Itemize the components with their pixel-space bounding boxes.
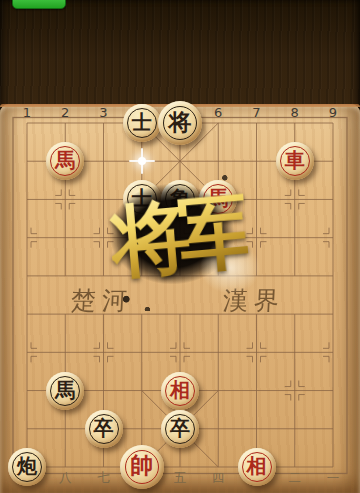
piece-black-soldier-2[interactable]: 卒 bbox=[161, 410, 199, 448]
column-label-bottom-9: 一 bbox=[327, 470, 340, 487]
column-label-bottom-6: 四 bbox=[212, 470, 225, 487]
piece-ring: 士 bbox=[127, 184, 157, 214]
column-label-top-3: 3 bbox=[99, 105, 107, 120]
piece-ring: 帥 bbox=[125, 450, 159, 484]
column-label-top-2: 2 bbox=[61, 105, 69, 120]
piece-character: 卒 bbox=[170, 418, 190, 438]
column-label-bottom-5: 五 bbox=[174, 470, 187, 487]
piece-red-horse-1[interactable]: 馬 bbox=[46, 142, 84, 180]
top-left-button[interactable] bbox=[12, 0, 66, 9]
column-label-bottom-2: 八 bbox=[59, 470, 72, 487]
column-label-top-6: 6 bbox=[214, 105, 222, 120]
piece-character: 相 bbox=[247, 456, 267, 476]
piece-ring: 馬 bbox=[50, 376, 80, 406]
column-label-top-8: 8 bbox=[291, 105, 299, 120]
game-screen: 123456789 九八七六五四三二一 楚河 漢界 士将馬車士象馬馬相卒卒炮帥相… bbox=[0, 0, 360, 493]
piece-red-elephant-2[interactable]: 相 bbox=[238, 448, 276, 486]
piece-black-soldier-1[interactable]: 卒 bbox=[85, 410, 123, 448]
piece-character: 士 bbox=[132, 112, 152, 132]
piece-red-elephant-1[interactable]: 相 bbox=[161, 372, 199, 410]
piece-ring: 炮 bbox=[12, 452, 42, 482]
piece-character: 馬 bbox=[55, 380, 75, 400]
piece-ring: 象 bbox=[165, 184, 195, 214]
piece-ring: 将 bbox=[163, 106, 197, 140]
piece-black-advisor-2[interactable]: 士 bbox=[123, 180, 161, 218]
piece-ring: 馬 bbox=[50, 146, 80, 176]
piece-black-general[interactable]: 将 bbox=[158, 101, 202, 145]
piece-red-chariot[interactable]: 車 bbox=[276, 142, 314, 180]
piece-character: 象 bbox=[170, 188, 190, 208]
piece-character: 炮 bbox=[17, 456, 37, 476]
piece-ring: 車 bbox=[280, 146, 310, 176]
river-label-han-jie: 漢界 bbox=[222, 284, 286, 317]
river-label-chu-he: 楚河 bbox=[70, 284, 134, 317]
check-stamp-glow bbox=[192, 236, 268, 300]
piece-ring: 卒 bbox=[165, 414, 195, 444]
piece-black-advisor-1[interactable]: 士 bbox=[123, 104, 161, 142]
piece-character: 士 bbox=[132, 188, 152, 208]
piece-character: 馬 bbox=[208, 188, 228, 208]
piece-ring: 相 bbox=[165, 376, 195, 406]
piece-ring: 卒 bbox=[89, 414, 119, 444]
piece-character: 馬 bbox=[55, 150, 75, 170]
piece-red-horse-2[interactable]: 馬 bbox=[199, 180, 237, 218]
piece-character: 将 bbox=[169, 111, 192, 134]
piece-black-horse[interactable]: 馬 bbox=[46, 372, 84, 410]
piece-character: 卒 bbox=[94, 418, 114, 438]
piece-ring: 馬 bbox=[203, 184, 233, 214]
xiangqi-board[interactable]: 123456789 九八七六五四三二一 楚河 漢界 士将馬車士象馬馬相卒卒炮帥相… bbox=[0, 104, 360, 493]
piece-character: 帥 bbox=[130, 454, 153, 477]
piece-black-elephant[interactable]: 象 bbox=[161, 180, 199, 218]
column-label-top-1: 1 bbox=[23, 105, 31, 120]
column-label-top-7: 7 bbox=[252, 105, 260, 120]
piece-character: 車 bbox=[285, 150, 305, 170]
piece-red-general[interactable]: 帥 bbox=[120, 445, 164, 489]
sparkle-ray bbox=[141, 148, 143, 174]
piece-ring: 士 bbox=[127, 108, 157, 138]
sparkle-core bbox=[138, 157, 146, 165]
column-label-bottom-8: 二 bbox=[289, 470, 302, 487]
column-label-top-9: 9 bbox=[329, 105, 337, 120]
column-label-bottom-3: 七 bbox=[97, 470, 110, 487]
sparkle-ray bbox=[129, 160, 155, 162]
piece-character: 相 bbox=[170, 380, 190, 400]
piece-ring: 相 bbox=[242, 452, 272, 482]
piece-black-cannon[interactable]: 炮 bbox=[8, 448, 46, 486]
